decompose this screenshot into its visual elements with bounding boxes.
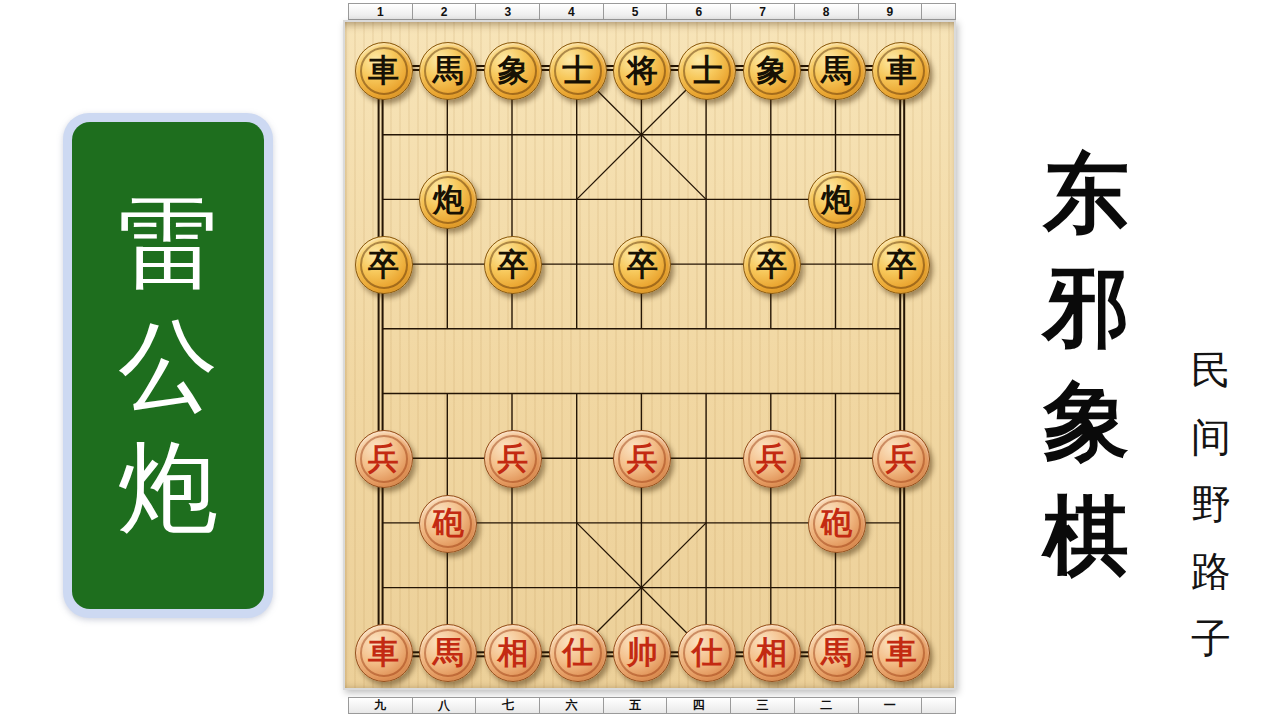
file-label-button[interactable]: 九 xyxy=(348,697,413,714)
brand-title: 东邪象棋 xyxy=(1040,150,1132,578)
black-piece-卒[interactable]: 卒 xyxy=(484,236,542,294)
piece-character: 兵 xyxy=(627,443,658,474)
vertical-char: 邪 xyxy=(1043,264,1129,350)
vertical-char: 路 xyxy=(1191,551,1231,591)
red-piece-兵[interactable]: 兵 xyxy=(484,430,542,488)
file-label-button[interactable]: 8 xyxy=(794,3,859,20)
black-piece-炮[interactable]: 炮 xyxy=(808,171,866,229)
file-label-button[interactable]: 3 xyxy=(475,3,540,20)
red-piece-仕[interactable]: 仕 xyxy=(678,624,736,682)
piece-character: 卒 xyxy=(627,249,658,280)
file-label-button[interactable]: 二 xyxy=(794,697,859,714)
file-labels-top: 123456789 xyxy=(348,3,956,20)
file-label-stub xyxy=(921,697,956,714)
file-label-stub xyxy=(921,3,956,20)
black-piece-馬[interactable]: 馬 xyxy=(419,42,477,100)
brand-subtitle: 民间野路子 xyxy=(1188,350,1234,658)
black-piece-卒[interactable]: 卒 xyxy=(743,236,801,294)
piece-character: 兵 xyxy=(756,443,787,474)
piece-character: 士 xyxy=(562,55,593,86)
piece-character: 馬 xyxy=(433,55,464,86)
vertical-char: 子 xyxy=(1191,618,1231,658)
vertical-char: 东 xyxy=(1043,150,1129,236)
piece-character: 仕 xyxy=(562,637,593,668)
xiangqi-board[interactable]: 車馬象士将士象馬車炮炮卒卒卒卒卒兵兵兵兵兵砲砲車馬相仕帅仕相馬車 xyxy=(343,20,956,690)
piece-character: 仕 xyxy=(692,637,723,668)
file-labels-bottom: 九八七六五四三二一 xyxy=(348,697,956,714)
piece-character: 将 xyxy=(627,55,658,86)
file-label-button[interactable]: 4 xyxy=(539,3,604,20)
black-piece-将[interactable]: 将 xyxy=(613,42,671,100)
file-label-button[interactable]: 5 xyxy=(603,3,668,20)
black-piece-車[interactable]: 車 xyxy=(355,42,413,100)
page: 雷公炮 123456789 車馬象士将士象馬車炮炮卒卒卒卒卒兵兵兵兵兵砲砲車馬相… xyxy=(0,0,1280,720)
file-label-button[interactable]: 四 xyxy=(666,697,731,714)
piece-character: 車 xyxy=(368,637,399,668)
vertical-char: 雷 xyxy=(118,194,218,294)
piece-character: 帅 xyxy=(627,637,658,668)
piece-character: 兵 xyxy=(886,443,917,474)
file-label-button[interactable]: 2 xyxy=(412,3,477,20)
vertical-char: 炮 xyxy=(118,438,218,538)
file-label-button[interactable]: 7 xyxy=(730,3,795,20)
red-piece-兵[interactable]: 兵 xyxy=(355,430,413,488)
file-label-button[interactable]: 七 xyxy=(475,697,540,714)
black-piece-士[interactable]: 士 xyxy=(678,42,736,100)
file-label-button[interactable]: 6 xyxy=(666,3,731,20)
file-label-button[interactable]: 9 xyxy=(858,3,923,20)
piece-character: 士 xyxy=(692,55,723,86)
red-piece-砲[interactable]: 砲 xyxy=(808,495,866,553)
black-piece-象[interactable]: 象 xyxy=(743,42,801,100)
piece-character: 相 xyxy=(498,637,529,668)
piece-character: 砲 xyxy=(433,507,464,538)
piece-character: 兵 xyxy=(498,443,529,474)
piece-character: 車 xyxy=(886,637,917,668)
title-card: 雷公炮 xyxy=(63,113,273,618)
vertical-char: 野 xyxy=(1191,484,1231,524)
black-piece-卒[interactable]: 卒 xyxy=(872,236,930,294)
black-piece-卒[interactable]: 卒 xyxy=(355,236,413,294)
title-card-text: 雷公炮 xyxy=(72,122,264,609)
piece-character: 馬 xyxy=(433,637,464,668)
vertical-char: 公 xyxy=(118,316,218,416)
black-piece-士[interactable]: 士 xyxy=(549,42,607,100)
vertical-char: 间 xyxy=(1191,417,1231,457)
red-piece-馬[interactable]: 馬 xyxy=(808,624,866,682)
black-piece-馬[interactable]: 馬 xyxy=(808,42,866,100)
piece-character: 卒 xyxy=(368,249,399,280)
red-piece-車[interactable]: 車 xyxy=(355,624,413,682)
red-piece-兵[interactable]: 兵 xyxy=(743,430,801,488)
piece-character: 炮 xyxy=(433,184,464,215)
board-grid-lines xyxy=(345,22,958,696)
file-label-button[interactable]: 1 xyxy=(348,3,413,20)
file-label-button[interactable]: 六 xyxy=(539,697,604,714)
piece-character: 車 xyxy=(368,55,399,86)
piece-character: 馬 xyxy=(821,55,852,86)
black-piece-車[interactable]: 車 xyxy=(872,42,930,100)
red-piece-兵[interactable]: 兵 xyxy=(872,430,930,488)
black-piece-象[interactable]: 象 xyxy=(484,42,542,100)
red-piece-砲[interactable]: 砲 xyxy=(419,495,477,553)
piece-character: 炮 xyxy=(821,184,852,215)
piece-character: 車 xyxy=(886,55,917,86)
file-label-button[interactable]: 一 xyxy=(858,697,923,714)
piece-character: 馬 xyxy=(821,637,852,668)
vertical-char: 棋 xyxy=(1043,492,1129,578)
red-piece-仕[interactable]: 仕 xyxy=(549,624,607,682)
file-label-button[interactable]: 三 xyxy=(730,697,795,714)
red-piece-相[interactable]: 相 xyxy=(743,624,801,682)
file-label-button[interactable]: 八 xyxy=(412,697,477,714)
piece-character: 砲 xyxy=(821,507,852,538)
red-piece-相[interactable]: 相 xyxy=(484,624,542,682)
piece-character: 兵 xyxy=(368,443,399,474)
piece-character: 卒 xyxy=(498,249,529,280)
piece-character: 卒 xyxy=(886,249,917,280)
vertical-char: 民 xyxy=(1191,350,1231,390)
piece-character: 相 xyxy=(756,637,787,668)
vertical-char: 象 xyxy=(1043,378,1129,464)
piece-character: 象 xyxy=(498,55,529,86)
file-label-button[interactable]: 五 xyxy=(603,697,668,714)
piece-character: 象 xyxy=(756,55,787,86)
piece-character: 卒 xyxy=(756,249,787,280)
